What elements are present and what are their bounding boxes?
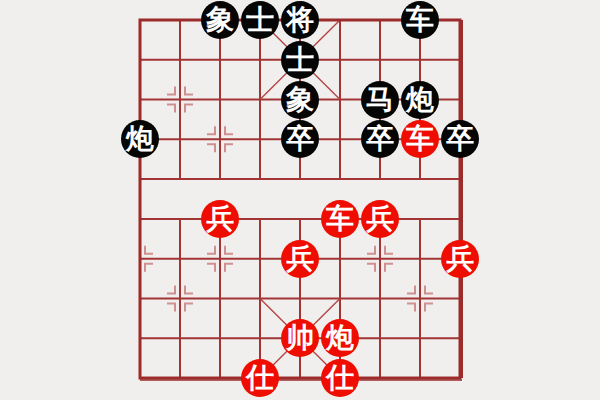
piece-glyph: 仕	[246, 364, 274, 392]
piece-glyph: 兵	[366, 205, 394, 233]
piece-glyph: 兵	[286, 245, 314, 273]
piece-red-soldier[interactable]: 兵	[201, 200, 239, 238]
piece-glyph: 帅	[286, 324, 314, 352]
piece-glyph: 兵	[446, 245, 474, 273]
piece-black-advisor[interactable]: 士	[241, 1, 279, 39]
piece-glyph: 卒	[286, 125, 314, 153]
piece-red-chariot[interactable]: 车	[401, 120, 439, 158]
piece-black-elephant[interactable]: 象	[281, 81, 319, 119]
pieces-layer: 象士将车士象马炮炮卒卒车卒兵车兵兵兵帅炮仕仕	[0, 0, 600, 400]
piece-black-general[interactable]: 将	[281, 1, 319, 39]
piece-black-soldier[interactable]: 卒	[361, 120, 399, 158]
piece-glyph: 象	[206, 6, 234, 34]
piece-red-soldier[interactable]: 兵	[441, 240, 479, 278]
piece-black-advisor[interactable]: 士	[281, 41, 319, 79]
piece-red-cannon[interactable]: 炮	[321, 319, 359, 357]
piece-glyph: 炮	[126, 125, 154, 153]
piece-black-soldier[interactable]: 卒	[281, 120, 319, 158]
piece-red-advisor[interactable]: 仕	[321, 359, 359, 397]
piece-glyph: 车	[406, 125, 434, 153]
piece-glyph: 卒	[446, 125, 474, 153]
piece-glyph: 士	[246, 6, 274, 34]
piece-glyph: 象	[286, 86, 314, 114]
piece-glyph: 炮	[326, 324, 354, 352]
piece-glyph: 卒	[366, 125, 394, 153]
piece-glyph: 炮	[406, 86, 434, 114]
piece-red-soldier[interactable]: 兵	[281, 240, 319, 278]
piece-red-soldier[interactable]: 兵	[361, 200, 399, 238]
xiangqi-app: 象士将车士象马炮炮卒卒车卒兵车兵兵兵帅炮仕仕	[0, 0, 600, 400]
piece-black-horse[interactable]: 马	[361, 81, 399, 119]
piece-red-general[interactable]: 帅	[281, 319, 319, 357]
piece-black-cannon[interactable]: 炮	[401, 81, 439, 119]
piece-red-advisor[interactable]: 仕	[241, 359, 279, 397]
piece-black-cannon[interactable]: 炮	[121, 120, 159, 158]
piece-black-soldier[interactable]: 卒	[441, 120, 479, 158]
piece-black-chariot[interactable]: 车	[401, 1, 439, 39]
piece-black-elephant[interactable]: 象	[201, 1, 239, 39]
piece-glyph: 士	[286, 46, 314, 74]
piece-glyph: 仕	[326, 364, 354, 392]
piece-red-chariot[interactable]: 车	[321, 200, 359, 238]
piece-glyph: 将	[286, 6, 314, 34]
piece-glyph: 兵	[206, 205, 234, 233]
piece-glyph: 马	[366, 86, 394, 114]
piece-glyph: 车	[326, 205, 354, 233]
piece-glyph: 车	[406, 6, 434, 34]
